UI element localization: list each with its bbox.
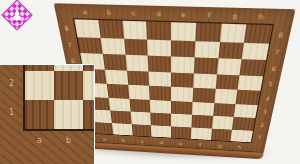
square-e1 (171, 126, 191, 139)
square-g5 (215, 74, 240, 90)
coord-top-c: c (121, 5, 147, 20)
square-b6 (103, 54, 127, 70)
square-e5 (171, 72, 194, 88)
coord-right-7: 7 (267, 43, 288, 61)
checkered-diamond: ♟ (1, 0, 32, 31)
inset-rank-label-1: 1 (0, 108, 23, 117)
square-d4 (149, 86, 171, 101)
square-g4 (214, 89, 238, 104)
square-d8 (146, 21, 171, 39)
inset-square-c2 (83, 71, 94, 100)
square-g2 (212, 116, 234, 130)
square-c2 (130, 112, 151, 125)
square-b7 (100, 37, 125, 54)
square-b8 (98, 20, 124, 38)
square-f2 (191, 115, 213, 129)
coord-top-f: f (196, 7, 223, 23)
square-g8 (220, 24, 247, 43)
coord-right-2: 2 (254, 118, 271, 131)
square-a8 (74, 19, 100, 37)
coord-right-4: 4 (259, 91, 277, 106)
square-b3 (108, 98, 130, 112)
square-a7 (77, 37, 102, 54)
square-f6 (194, 57, 218, 74)
square-e2 (171, 114, 192, 127)
chess-pawn-icon: ♟ (7, 5, 27, 25)
square-g3 (213, 103, 236, 117)
coord-top-d: d (146, 6, 171, 22)
square-d2 (150, 113, 171, 126)
square-g6 (217, 58, 242, 75)
square-f1 (191, 127, 212, 140)
square-c5 (126, 70, 149, 86)
square-e4 (171, 87, 193, 102)
square-b5 (105, 69, 128, 84)
square-d6 (148, 56, 171, 72)
coord-top-a: a (72, 4, 98, 19)
square-c8 (122, 21, 147, 39)
square-d5 (149, 71, 171, 87)
square-e7 (171, 40, 195, 57)
inset-file-label-b: b (54, 136, 83, 145)
square-e3 (171, 101, 192, 115)
coord-right-1: 1 (252, 131, 269, 144)
inset-square-a2 (25, 71, 54, 100)
coord-top-g: g (221, 7, 249, 23)
square-b4 (106, 84, 129, 99)
inset-rank-label-2: 2 (0, 79, 23, 88)
inset-square-b1 (54, 100, 83, 129)
square-g1 (211, 128, 233, 141)
playing-field (73, 18, 274, 143)
square-f5 (193, 73, 217, 89)
square-e8 (171, 22, 196, 41)
coord-right-8: 8 (270, 25, 291, 44)
square-h5 (238, 75, 263, 91)
square-b1 (112, 123, 133, 136)
inset-square-c1 (83, 100, 94, 129)
square-b2 (110, 110, 131, 123)
square-d1 (151, 125, 171, 138)
square-c3 (129, 99, 150, 113)
inset-file-label-a: a (25, 136, 54, 145)
square-f8 (195, 23, 221, 42)
coord-right-5: 5 (261, 76, 280, 92)
inset-playing-field (23, 65, 94, 131)
square-h6 (240, 59, 266, 76)
square-a1 (92, 122, 113, 135)
square-d7 (147, 39, 171, 56)
square-c6 (125, 55, 149, 71)
square-g7 (218, 41, 244, 59)
square-d3 (150, 100, 171, 114)
square-c7 (124, 38, 148, 55)
square-f4 (192, 88, 215, 103)
square-h7 (242, 42, 269, 60)
square-e6 (171, 56, 194, 73)
square-f3 (192, 102, 214, 116)
square-h3 (234, 104, 258, 118)
product-photo-canvas: abcdefgh abcdefgh 87654321 87654321 2 1 … (0, 0, 300, 164)
inset-square-a1 (25, 100, 54, 129)
square-h4 (236, 90, 261, 105)
inset-square-b2 (54, 71, 83, 100)
shop-logo: ♟ (1, 0, 33, 32)
corner-closeup-inset: 2 1 ab (0, 64, 95, 164)
inset-file-labels: ab (25, 136, 83, 145)
coord-top-e: e (171, 6, 197, 22)
square-h1 (231, 129, 253, 142)
square-c4 (128, 85, 150, 100)
square-h2 (232, 117, 255, 131)
square-h8 (244, 24, 272, 43)
coord-top-b: b (96, 4, 122, 19)
coord-right-6: 6 (264, 60, 284, 77)
coord-right-3: 3 (256, 105, 274, 119)
square-c1 (131, 124, 151, 137)
coord-top-h: h (247, 8, 276, 24)
square-f7 (194, 41, 219, 59)
